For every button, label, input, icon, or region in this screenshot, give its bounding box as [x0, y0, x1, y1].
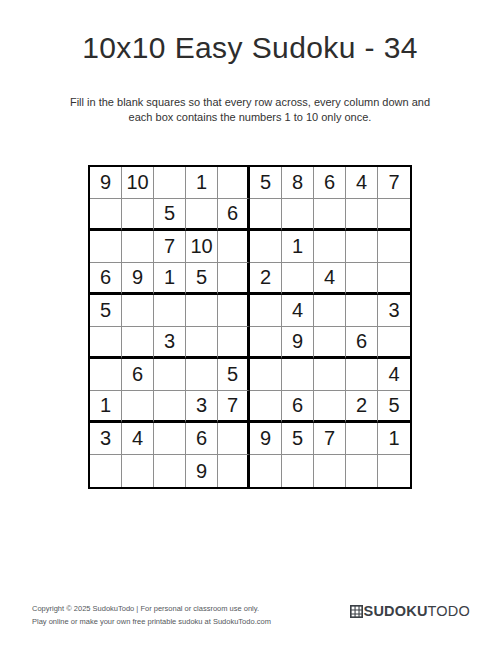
cell-r9c8: 7: [314, 423, 346, 455]
cell-r6c10: [378, 327, 410, 359]
cell-r6c5: [218, 327, 250, 359]
cell-r2c4: [186, 199, 218, 231]
cell-r2c5: 6: [218, 199, 250, 231]
cell-r8c7: 6: [282, 391, 314, 423]
copyright-line-1: Copyright © 2025 SudokuTodo | For person…: [32, 603, 271, 616]
cell-r6c8: [314, 327, 346, 359]
cell-r9c3: [154, 423, 186, 455]
cell-r1c10: 7: [378, 167, 410, 199]
cell-r3c3: 7: [154, 231, 186, 263]
sudoku-board: 9101586475671016915245433966541376253469…: [88, 165, 412, 489]
cell-r6c3: 3: [154, 327, 186, 359]
cell-r4c8: 4: [314, 263, 346, 295]
cell-r1c4: 1: [186, 167, 218, 199]
cell-r1c5: [218, 167, 250, 199]
cell-r5c9: [346, 295, 378, 327]
cell-r8c8: [314, 391, 346, 423]
cell-r2c3: 5: [154, 199, 186, 231]
cell-r10c3: [154, 455, 186, 487]
cell-r7c2: 6: [122, 359, 154, 391]
cell-r5c2: [122, 295, 154, 327]
cell-r2c1: [90, 199, 122, 231]
cell-r7c4: [186, 359, 218, 391]
cell-r3c2: [122, 231, 154, 263]
sudokutodo-logo: SUDOKUTODO: [350, 603, 470, 619]
cell-r7c3: [154, 359, 186, 391]
cell-r5c7: 4: [282, 295, 314, 327]
cell-r4c9: [346, 263, 378, 295]
cell-r7c6: [250, 359, 282, 391]
cell-r7c1: [90, 359, 122, 391]
cell-r9c7: 5: [282, 423, 314, 455]
cell-r3c5: [218, 231, 250, 263]
cell-r1c8: 6: [314, 167, 346, 199]
page-title: 10x10 Easy Sudoku - 34: [0, 31, 500, 65]
cell-r9c1: 3: [90, 423, 122, 455]
cell-r7c9: [346, 359, 378, 391]
cell-r2c8: [314, 199, 346, 231]
cell-r3c4: 10: [186, 231, 218, 263]
cell-r8c6: [250, 391, 282, 423]
cell-r9c10: 1: [378, 423, 410, 455]
cell-r6c6: [250, 327, 282, 359]
cell-r1c1: 9: [90, 167, 122, 199]
cell-r2c10: [378, 199, 410, 231]
instructions-line-2: each box contains the numbers 1 to 10 on…: [0, 110, 500, 125]
cell-r8c4: 3: [186, 391, 218, 423]
copyright-line-2: Play online or make your own free printa…: [32, 616, 271, 629]
cell-r4c10: [378, 263, 410, 295]
cell-r4c6: 2: [250, 263, 282, 295]
cell-r9c4: 6: [186, 423, 218, 455]
cell-r10c6: [250, 455, 282, 487]
cell-r9c6: 9: [250, 423, 282, 455]
cell-r2c9: [346, 199, 378, 231]
cell-r10c9: [346, 455, 378, 487]
cell-r9c2: 4: [122, 423, 154, 455]
cell-r1c7: 8: [282, 167, 314, 199]
cell-r2c6: [250, 199, 282, 231]
cell-r6c9: 6: [346, 327, 378, 359]
cell-r8c5: 7: [218, 391, 250, 423]
cell-r3c1: [90, 231, 122, 263]
cell-r7c7: [282, 359, 314, 391]
cell-r3c7: 1: [282, 231, 314, 263]
cell-r3c8: [314, 231, 346, 263]
cell-r2c7: [282, 199, 314, 231]
cell-r3c9: [346, 231, 378, 263]
cell-r2c2: [122, 199, 154, 231]
cell-r10c8: [314, 455, 346, 487]
cell-r1c6: 5: [250, 167, 282, 199]
cell-r4c7: [282, 263, 314, 295]
cell-r7c8: [314, 359, 346, 391]
printable-sudoku-page: 10x10 Easy Sudoku - 34 Fill in the blank…: [0, 0, 500, 647]
cell-r1c9: 4: [346, 167, 378, 199]
cell-r3c6: [250, 231, 282, 263]
cell-r5c8: [314, 295, 346, 327]
cell-r6c4: [186, 327, 218, 359]
cell-r1c2: 10: [122, 167, 154, 199]
cell-r10c5: [218, 455, 250, 487]
instructions-line-1: Fill in the blank squares so that every …: [0, 95, 500, 110]
cell-r8c1: 1: [90, 391, 122, 423]
logo-text-todo: TODO: [428, 603, 470, 619]
sudoku-grid-icon: [350, 605, 363, 618]
cell-r7c5: 5: [218, 359, 250, 391]
cell-r8c10: 5: [378, 391, 410, 423]
cell-r8c2: [122, 391, 154, 423]
cell-r6c2: [122, 327, 154, 359]
cell-r9c5: [218, 423, 250, 455]
cell-r10c1: [90, 455, 122, 487]
cell-r4c2: 9: [122, 263, 154, 295]
cell-r7c10: 4: [378, 359, 410, 391]
cell-r5c1: 5: [90, 295, 122, 327]
instructions: Fill in the blank squares so that every …: [0, 95, 500, 124]
cell-r5c4: [186, 295, 218, 327]
cell-r6c7: 9: [282, 327, 314, 359]
cell-r1c3: [154, 167, 186, 199]
cell-r4c1: 6: [90, 263, 122, 295]
cell-r10c2: [122, 455, 154, 487]
cell-r8c9: 2: [346, 391, 378, 423]
cell-r4c3: 1: [154, 263, 186, 295]
cell-r5c6: [250, 295, 282, 327]
cell-r3c10: [378, 231, 410, 263]
cell-r5c10: 3: [378, 295, 410, 327]
cell-r5c3: [154, 295, 186, 327]
cell-r4c5: [218, 263, 250, 295]
cell-r5c5: [218, 295, 250, 327]
footer-copyright: Copyright © 2025 SudokuTodo | For person…: [32, 603, 271, 628]
cell-r4c4: 5: [186, 263, 218, 295]
cell-r8c3: [154, 391, 186, 423]
cell-r10c7: [282, 455, 314, 487]
cell-r9c9: [346, 423, 378, 455]
logo-text-sudoku: SUDOKU: [364, 603, 428, 619]
cell-r10c4: 9: [186, 455, 218, 487]
cell-r6c1: [90, 327, 122, 359]
logo-text: SUDOKUTODO: [364, 603, 470, 619]
cell-r10c10: [378, 455, 410, 487]
